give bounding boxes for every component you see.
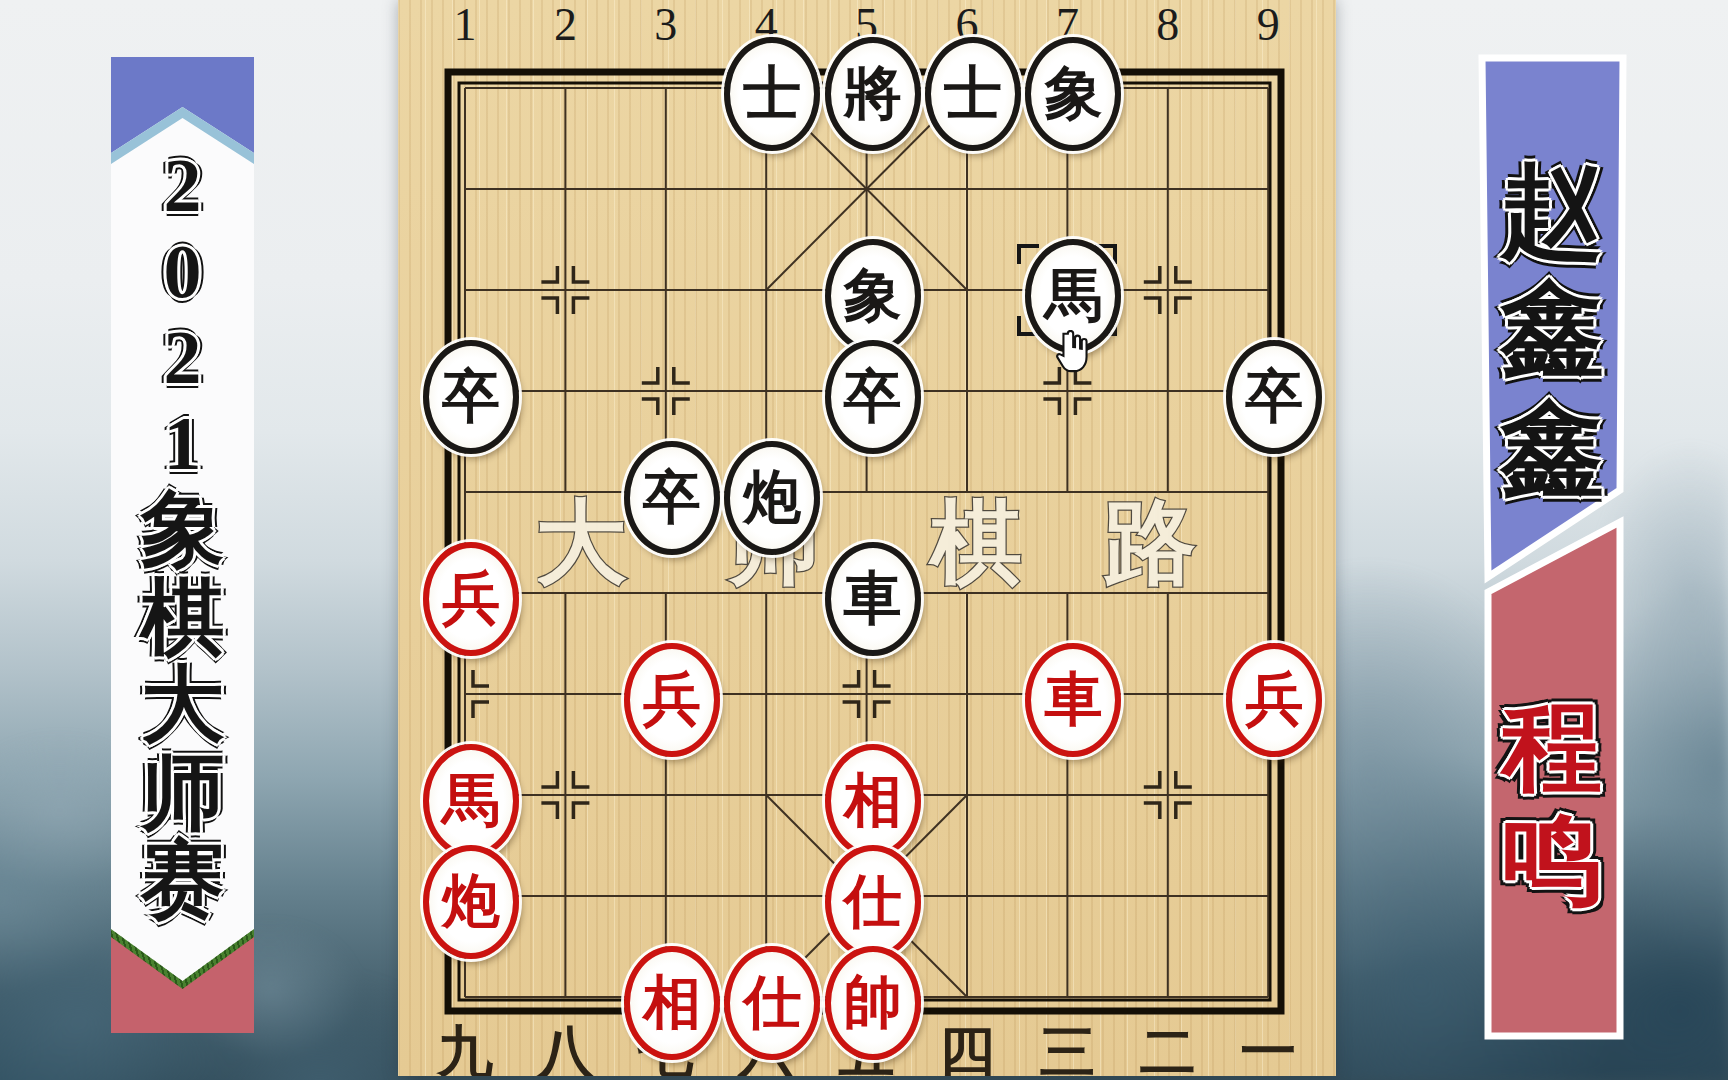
pieces-layer: 士將士象象馬卒卒卒卒炮車兵兵車兵馬相炮仕相仕帥 [398,0,1336,1076]
player-name-red-char: 程 [1502,698,1602,798]
piece-black-general[interactable]: 將 [825,37,921,151]
piece-black-advisor[interactable]: 士 [925,37,1021,151]
piece-black-elephant[interactable]: 象 [1025,37,1121,151]
piece-red-soldier[interactable]: 兵 [1226,643,1322,757]
tournament-title-char: 0 [164,228,202,315]
piece-glyph: 兵 [442,570,500,628]
piece-glyph: 相 [643,974,701,1032]
piece-glyph: 象 [1044,65,1102,123]
player-name-black-char: 赵 [1500,160,1604,264]
piece-glyph: 兵 [643,671,701,729]
piece-glyph: 仕 [743,974,801,1032]
piece-red-soldier[interactable]: 兵 [423,542,519,656]
piece-glyph: 仕 [844,873,902,931]
piece-red-advisor[interactable]: 仕 [724,946,820,1060]
piece-glyph: 卒 [1245,368,1303,426]
tournament-title: 2021象棋大师赛 [111,57,254,1033]
piece-black-chariot[interactable]: 車 [825,542,921,656]
piece-black-soldier[interactable]: 卒 [624,441,720,555]
piece-black-soldier[interactable]: 卒 [825,340,921,454]
tournament-title-char: 2 [164,314,202,401]
piece-red-elephant[interactable]: 相 [825,744,921,858]
piece-glyph: 炮 [743,469,801,527]
piece-glyph: 車 [1044,671,1102,729]
piece-black-advisor[interactable]: 士 [724,37,820,151]
xiangqi-board[interactable]: 大师棋路123456789九八七六五四三二一 士將士象象馬卒卒卒卒炮車兵兵車兵馬… [398,0,1336,1076]
piece-glyph: 相 [844,772,902,830]
player-banners: 赵鑫鑫程鸣 [1466,50,1642,1050]
piece-glyph: 兵 [1245,671,1303,729]
piece-glyph: 士 [743,65,801,123]
piece-black-cannon[interactable]: 炮 [724,441,820,555]
piece-red-soldier[interactable]: 兵 [624,643,720,757]
piece-red-chariot[interactable]: 車 [1025,643,1121,757]
piece-red-advisor[interactable]: 仕 [825,845,921,959]
piece-glyph: 士 [944,65,1002,123]
piece-red-horse[interactable]: 馬 [423,744,519,858]
piece-black-elephant[interactable]: 象 [825,239,921,353]
piece-red-cannon[interactable]: 炮 [423,845,519,959]
player-name-black-char: 鑫 [1500,278,1604,382]
tournament-title-char: 2 [164,142,202,229]
player-name-red-char: 鸣 [1502,810,1602,910]
player-name-black-char: 鑫 [1500,398,1604,502]
piece-glyph: 卒 [844,368,902,426]
piece-glyph: 馬 [442,772,500,830]
piece-glyph: 帥 [844,974,902,1032]
piece-red-general[interactable]: 帥 [825,946,921,1060]
screenshot-stage: 2021象棋大师赛 大师棋路123456789九八七六五四三二一 士將士象象馬卒… [0,0,1728,1080]
hand-pointer-icon [1054,330,1090,376]
piece-glyph: 卒 [442,368,500,426]
piece-black-soldier[interactable]: 卒 [1226,340,1322,454]
piece-black-soldier[interactable]: 卒 [423,340,519,454]
piece-glyph: 車 [844,570,902,628]
piece-glyph: 卒 [643,469,701,527]
piece-glyph: 炮 [442,873,500,931]
piece-glyph: 象 [844,267,902,325]
tournament-title-char: 赛 [141,823,225,937]
piece-red-elephant[interactable]: 相 [624,946,720,1060]
piece-glyph: 將 [844,65,902,123]
piece-glyph: 馬 [1044,267,1102,325]
tournament-banner: 2021象棋大师赛 [111,57,254,1033]
